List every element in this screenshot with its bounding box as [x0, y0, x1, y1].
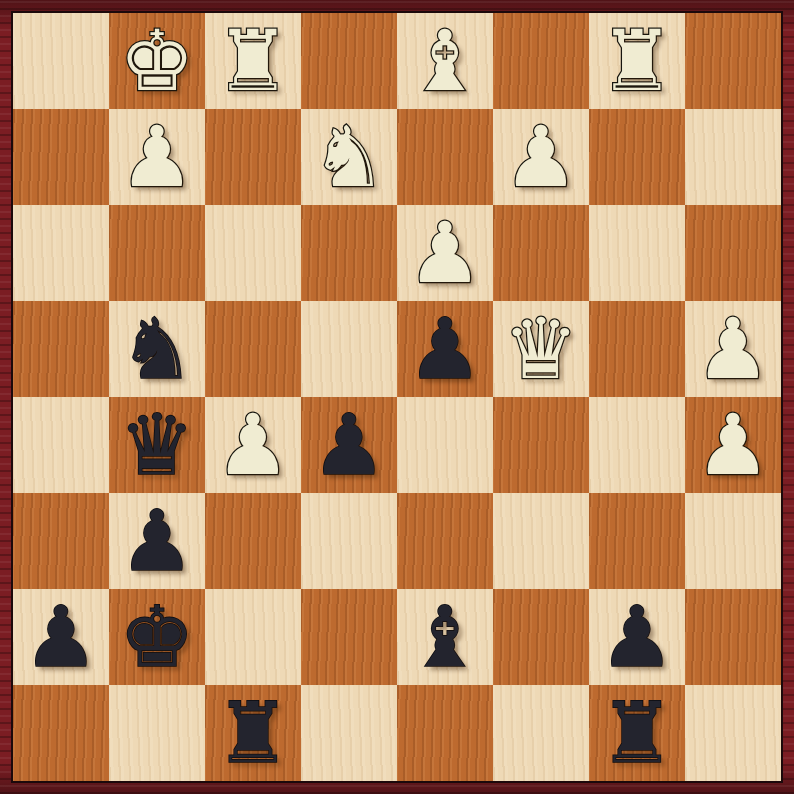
square-b5[interactable]: ♞ [109, 301, 205, 397]
square-f8[interactable] [493, 13, 589, 109]
square-h2[interactable] [685, 589, 781, 685]
square-a7[interactable] [13, 109, 109, 205]
piece-black-pawn[interactable]: ♟ [397, 301, 493, 397]
square-f6[interactable] [493, 205, 589, 301]
square-b2[interactable]: ♚ [109, 589, 205, 685]
square-g3[interactable] [589, 493, 685, 589]
square-g1[interactable]: ♜ [589, 685, 685, 781]
square-g7[interactable] [589, 109, 685, 205]
board-frame: ♚♜♝♜♟♞♟♟♞♟♛♟♛♟♟♟♟♟♚♝♟♜♜ [0, 0, 794, 794]
square-c7[interactable] [205, 109, 301, 205]
square-c5[interactable] [205, 301, 301, 397]
square-a4[interactable] [13, 397, 109, 493]
square-f5[interactable]: ♛ [493, 301, 589, 397]
piece-white-pawn[interactable]: ♟ [493, 109, 589, 205]
square-a1[interactable] [13, 685, 109, 781]
square-b3[interactable]: ♟ [109, 493, 205, 589]
piece-black-rook[interactable]: ♜ [205, 685, 301, 781]
piece-black-pawn[interactable]: ♟ [301, 397, 397, 493]
square-h5[interactable]: ♟ [685, 301, 781, 397]
square-e2[interactable]: ♝ [397, 589, 493, 685]
piece-white-pawn[interactable]: ♟ [397, 205, 493, 301]
square-c2[interactable] [205, 589, 301, 685]
square-g5[interactable] [589, 301, 685, 397]
square-f2[interactable] [493, 589, 589, 685]
piece-black-king[interactable]: ♚ [109, 589, 205, 685]
square-f7[interactable]: ♟ [493, 109, 589, 205]
square-c8[interactable]: ♜ [205, 13, 301, 109]
square-h1[interactable] [685, 685, 781, 781]
chess-board: ♚♜♝♜♟♞♟♟♞♟♛♟♛♟♟♟♟♟♚♝♟♜♜ [11, 11, 783, 783]
piece-black-pawn[interactable]: ♟ [589, 589, 685, 685]
piece-white-bishop[interactable]: ♝ [397, 13, 493, 109]
square-f1[interactable] [493, 685, 589, 781]
square-g6[interactable] [589, 205, 685, 301]
square-a3[interactable] [13, 493, 109, 589]
square-c1[interactable]: ♜ [205, 685, 301, 781]
piece-white-pawn[interactable]: ♟ [685, 397, 781, 493]
square-g4[interactable] [589, 397, 685, 493]
square-f3[interactable] [493, 493, 589, 589]
square-e8[interactable]: ♝ [397, 13, 493, 109]
square-h8[interactable] [685, 13, 781, 109]
square-d8[interactable] [301, 13, 397, 109]
piece-black-bishop[interactable]: ♝ [397, 589, 493, 685]
square-e5[interactable]: ♟ [397, 301, 493, 397]
piece-white-rook[interactable]: ♜ [205, 13, 301, 109]
square-e7[interactable] [397, 109, 493, 205]
square-d5[interactable] [301, 301, 397, 397]
square-h6[interactable] [685, 205, 781, 301]
piece-black-pawn[interactable]: ♟ [109, 493, 205, 589]
square-b7[interactable]: ♟ [109, 109, 205, 205]
square-b6[interactable] [109, 205, 205, 301]
square-f4[interactable] [493, 397, 589, 493]
square-g2[interactable]: ♟ [589, 589, 685, 685]
square-a5[interactable] [13, 301, 109, 397]
square-d7[interactable]: ♞ [301, 109, 397, 205]
square-b4[interactable]: ♛ [109, 397, 205, 493]
square-h3[interactable] [685, 493, 781, 589]
piece-black-queen[interactable]: ♛ [109, 397, 205, 493]
piece-white-knight[interactable]: ♞ [301, 109, 397, 205]
piece-white-pawn[interactable]: ♟ [685, 301, 781, 397]
square-e4[interactable] [397, 397, 493, 493]
piece-black-knight[interactable]: ♞ [109, 301, 205, 397]
square-a8[interactable] [13, 13, 109, 109]
square-c3[interactable] [205, 493, 301, 589]
square-b8[interactable]: ♚ [109, 13, 205, 109]
piece-white-king[interactable]: ♚ [109, 13, 205, 109]
square-e6[interactable]: ♟ [397, 205, 493, 301]
square-a6[interactable] [13, 205, 109, 301]
piece-black-pawn[interactable]: ♟ [13, 589, 109, 685]
square-h4[interactable]: ♟ [685, 397, 781, 493]
square-c4[interactable]: ♟ [205, 397, 301, 493]
square-b1[interactable] [109, 685, 205, 781]
square-e3[interactable] [397, 493, 493, 589]
square-h7[interactable] [685, 109, 781, 205]
piece-white-rook[interactable]: ♜ [589, 13, 685, 109]
square-d3[interactable] [301, 493, 397, 589]
piece-white-pawn[interactable]: ♟ [109, 109, 205, 205]
square-a2[interactable]: ♟ [13, 589, 109, 685]
square-c6[interactable] [205, 205, 301, 301]
piece-white-queen[interactable]: ♛ [493, 301, 589, 397]
piece-black-rook[interactable]: ♜ [589, 685, 685, 781]
square-g8[interactable]: ♜ [589, 13, 685, 109]
piece-white-pawn[interactable]: ♟ [205, 397, 301, 493]
square-d6[interactable] [301, 205, 397, 301]
square-e1[interactable] [397, 685, 493, 781]
square-d1[interactable] [301, 685, 397, 781]
square-d2[interactable] [301, 589, 397, 685]
square-d4[interactable]: ♟ [301, 397, 397, 493]
